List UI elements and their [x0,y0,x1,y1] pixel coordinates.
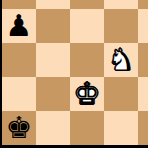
square-c4[interactable] [70,9,104,43]
square-c3[interactable] [70,43,104,77]
square-c5[interactable] [70,0,104,9]
square-b2[interactable] [36,77,70,111]
square-c1[interactable] [70,111,104,145]
square-a1[interactable]: ♚ [2,111,36,145]
white-knight-piece: ♞ [108,45,135,75]
square-d3[interactable]: ♞ [104,43,138,77]
square-a3[interactable] [2,43,36,77]
square-e4[interactable] [138,9,148,43]
white-king-piece: ♚ [74,79,101,109]
black-pawn-piece: ♟ [6,11,33,41]
square-e1[interactable] [138,111,148,145]
square-d4[interactable] [104,9,138,43]
square-d1[interactable] [104,111,138,145]
square-b5[interactable] [36,0,70,9]
square-b1[interactable] [36,111,70,145]
square-b3[interactable] [36,43,70,77]
square-a5[interactable] [2,0,36,9]
square-b4[interactable] [36,9,70,43]
square-e2[interactable] [138,77,148,111]
square-e3[interactable] [138,43,148,77]
square-d5[interactable] [104,0,138,9]
square-d2[interactable] [104,77,138,111]
square-a2[interactable] [2,77,36,111]
chess-board-crop: ♟♞♚♚ [0,0,148,148]
black-king-piece: ♚ [6,113,33,143]
chess-board: ♟♞♚♚ [2,0,148,145]
square-a4[interactable]: ♟ [2,9,36,43]
square-e5[interactable] [138,0,148,9]
square-c2[interactable]: ♚ [70,77,104,111]
